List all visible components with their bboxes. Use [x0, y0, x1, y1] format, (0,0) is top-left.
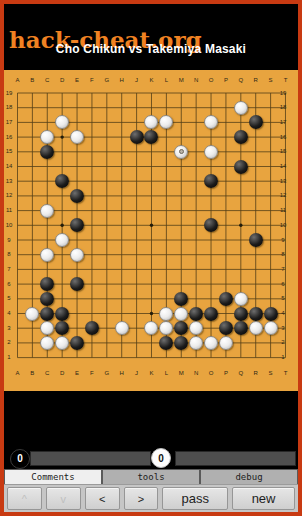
stone-black-E12 — [70, 189, 84, 203]
board-lower-gap — [4, 391, 298, 448]
stone-white-O15 — [204, 145, 218, 159]
stone-white-L4 — [159, 307, 173, 321]
stone-black-P5 — [219, 292, 233, 306]
row-label-left-18: 18 — [4, 104, 14, 111]
col-label-bottom-M: M — [176, 370, 186, 377]
row-label-right-13: 13 — [278, 178, 288, 185]
col-label-bottom-T: T — [280, 370, 290, 377]
row-label-left-19: 19 — [4, 90, 14, 97]
col-label-bottom-B: B — [27, 370, 37, 377]
stone-white-H3 — [115, 321, 129, 335]
row-label-left-8: 8 — [4, 251, 14, 258]
stone-black-D4 — [55, 307, 69, 321]
col-label-top-D: D — [57, 77, 67, 84]
col-label-top-R: R — [251, 77, 261, 84]
col-label-bottom-E: E — [72, 370, 82, 377]
stone-white-S3 — [264, 321, 278, 335]
new-game-button[interactable]: new — [232, 487, 295, 510]
row-label-left-5: 5 — [4, 295, 14, 302]
stone-black-C4 — [40, 307, 54, 321]
stone-white-P2 — [219, 336, 233, 350]
col-label-bottom-L: L — [161, 370, 171, 377]
row-label-left-3: 3 — [4, 325, 14, 332]
stone-black-Q16 — [234, 130, 248, 144]
stone-black-S4 — [264, 307, 278, 321]
col-label-top-C: C — [42, 77, 52, 84]
row-label-left-6: 6 — [4, 281, 14, 288]
col-label-bottom-Q: Q — [236, 370, 246, 377]
row-label-left-17: 17 — [4, 119, 14, 126]
stone-black-P3 — [219, 321, 233, 335]
next-move-button[interactable]: > — [124, 487, 159, 510]
row-label-left-1: 1 — [4, 354, 14, 361]
stone-white-M4 — [174, 307, 188, 321]
row-label-left-7: 7 — [4, 266, 14, 273]
row-label-left-2: 2 — [4, 339, 14, 346]
col-label-top-S: S — [266, 77, 276, 84]
col-label-bottom-N: N — [191, 370, 201, 377]
go-app-window: hack-cheat.org Cho Chikun vs Takemiya Ma… — [4, 4, 298, 512]
row-label-right-10: 10 — [278, 222, 288, 229]
stone-white-N2 — [189, 336, 203, 350]
stone-black-Q3 — [234, 321, 248, 335]
col-label-top-H: H — [117, 77, 127, 84]
move-down-button[interactable]: v — [46, 487, 81, 510]
col-label-top-E: E — [72, 77, 82, 84]
col-label-bottom-O: O — [206, 370, 216, 377]
stone-white-E8 — [70, 248, 84, 262]
col-label-bottom-R: R — [251, 370, 261, 377]
stone-white-Q18 — [234, 101, 248, 115]
row-label-left-14: 14 — [4, 163, 14, 170]
stone-white-D2 — [55, 336, 69, 350]
white-progress-track — [175, 451, 296, 466]
col-label-top-T: T — [280, 77, 290, 84]
row-label-right-16: 16 — [278, 134, 288, 141]
capture-status-bar: 0 0 — [4, 448, 298, 469]
row-label-left-10: 10 — [4, 222, 14, 229]
bottom-tabs: Comments tools debug — [4, 469, 298, 484]
col-label-top-O: O — [206, 77, 216, 84]
row-label-right-18: 18 — [278, 104, 288, 111]
stone-black-Q4 — [234, 307, 248, 321]
col-label-top-Q: Q — [236, 77, 246, 84]
row-label-right-12: 12 — [278, 192, 288, 199]
row-label-right-8: 8 — [278, 251, 288, 258]
col-label-top-N: N — [191, 77, 201, 84]
stone-black-C5 — [40, 292, 54, 306]
col-label-bottom-F: F — [87, 370, 97, 377]
stone-black-J16 — [130, 130, 144, 144]
page-title: Cho Chikun vs Takemiya Masaki — [4, 42, 298, 56]
stone-white-Q5 — [234, 292, 248, 306]
row-label-right-15: 15 — [278, 148, 288, 155]
col-label-bottom-H: H — [117, 370, 127, 377]
col-label-top-F: F — [87, 77, 97, 84]
stone-white-C8 — [40, 248, 54, 262]
stone-black-N4 — [189, 307, 203, 321]
stone-white-M15 — [174, 145, 188, 159]
row-label-right-4: 4 — [278, 310, 288, 317]
pass-button[interactable]: pass — [162, 487, 228, 510]
white-captures-badge: 0 — [151, 448, 171, 468]
col-label-top-L: L — [161, 77, 171, 84]
col-label-top-P: P — [221, 77, 231, 84]
stone-black-C15 — [40, 145, 54, 159]
row-label-left-15: 15 — [4, 148, 14, 155]
go-board[interactable]: AABBCCDDEEFFGGHHJJKKLLMMNNOOPPQQRRSSTT19… — [4, 70, 298, 391]
col-label-top-K: K — [146, 77, 156, 84]
app-frame: hack-cheat.org Cho Chikun vs Takemiya Ma… — [0, 0, 302, 516]
row-label-right-5: 5 — [278, 295, 288, 302]
stone-black-E2 — [70, 336, 84, 350]
row-label-right-7: 7 — [278, 266, 288, 273]
row-label-right-9: 9 — [278, 237, 288, 244]
row-label-right-19: 19 — [278, 90, 288, 97]
tab-debug[interactable]: debug — [200, 469, 298, 484]
stone-black-M5 — [174, 292, 188, 306]
tab-tools[interactable]: tools — [102, 469, 200, 484]
col-label-top-G: G — [102, 77, 112, 84]
stone-black-R17 — [249, 115, 263, 129]
col-label-bottom-J: J — [132, 370, 142, 377]
col-label-bottom-A: A — [13, 370, 23, 377]
row-label-right-14: 14 — [278, 163, 288, 170]
row-label-right-17: 17 — [278, 119, 288, 126]
row-label-right-11: 11 — [278, 207, 288, 214]
row-label-right-2: 2 — [278, 339, 288, 346]
col-label-bottom-P: P — [221, 370, 231, 377]
stone-black-R4 — [249, 307, 263, 321]
stone-black-R9 — [249, 233, 263, 247]
row-label-right-3: 3 — [278, 325, 288, 332]
col-label-bottom-C: C — [42, 370, 52, 377]
col-label-top-J: J — [132, 77, 142, 84]
row-label-left-12: 12 — [4, 192, 14, 199]
col-label-bottom-G: G — [102, 370, 112, 377]
row-label-left-16: 16 — [4, 134, 14, 141]
row-label-left-9: 9 — [4, 237, 14, 244]
prev-move-button[interactable]: < — [85, 487, 120, 510]
black-captures-badge: 0 — [10, 449, 30, 469]
black-progress-track — [30, 451, 151, 466]
last-move-marker — [179, 149, 184, 154]
tab-comments[interactable]: Comments — [4, 469, 102, 484]
col-label-bottom-S: S — [266, 370, 276, 377]
col-label-top-A: A — [13, 77, 23, 84]
col-label-top-B: B — [27, 77, 37, 84]
title-bar: hack-cheat.org Cho Chikun vs Takemiya Ma… — [4, 4, 298, 70]
row-label-left-11: 11 — [4, 207, 14, 214]
row-label-right-6: 6 — [278, 281, 288, 288]
row-label-right-1: 1 — [278, 354, 288, 361]
stone-black-O4 — [204, 307, 218, 321]
col-label-top-M: M — [176, 77, 186, 84]
col-label-bottom-D: D — [57, 370, 67, 377]
col-label-bottom-K: K — [146, 370, 156, 377]
stone-white-R3 — [249, 321, 263, 335]
stone-black-Q14 — [234, 160, 248, 174]
stone-white-B4 — [25, 307, 39, 321]
row-label-left-4: 4 — [4, 310, 14, 317]
move-up-button[interactable]: ^ — [7, 487, 42, 510]
row-label-left-13: 13 — [4, 178, 14, 185]
stone-white-O2 — [204, 336, 218, 350]
stone-white-C11 — [40, 204, 54, 218]
control-button-row: ^ v < > pass new — [4, 484, 298, 512]
